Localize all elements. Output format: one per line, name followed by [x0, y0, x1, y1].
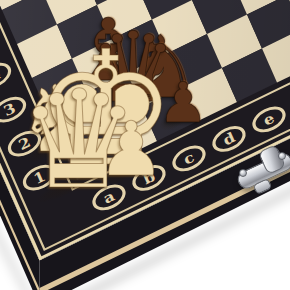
- file-label-c-label: c: [182, 150, 197, 167]
- file-label-d-label: d: [221, 130, 237, 148]
- rank-label-3-label: 3: [1, 101, 17, 119]
- clasp-screw: [239, 169, 247, 177]
- clasp-screw: [278, 152, 286, 160]
- file-label-e-label: e: [261, 111, 276, 128]
- light-queen-a1: ♛: [18, 72, 140, 208]
- chess-set-photo: abcdefgh12345678 ♝♞♛♟♞♚♟♛: [0, 0, 290, 290]
- rank-label-4-label: 4: [0, 67, 3, 85]
